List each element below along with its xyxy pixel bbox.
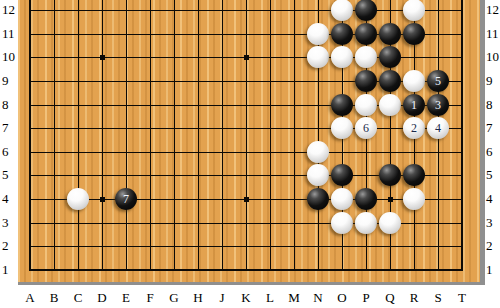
move-number: 3 [427,94,449,116]
grid-line-vertical [270,0,271,271]
column-label: K [236,290,256,306]
stone-white[interactable] [379,212,401,234]
row-label-left: 2 [2,238,9,254]
column-label: B [44,290,64,306]
stone-white[interactable] [403,188,425,210]
grid-line-vertical [102,0,103,271]
stone-white[interactable] [67,188,89,210]
column-label: T [452,290,472,306]
star-point [244,55,249,60]
stone-white[interactable] [331,212,353,234]
star-point [244,197,249,202]
row-label-right: 7 [486,120,493,136]
row-label-right: 4 [486,191,493,207]
column-label: L [260,290,280,306]
go-diagram: 121211111010998877665544332211ABCDEFGHJK… [0,0,500,308]
column-label: N [308,290,328,306]
column-label: A [20,290,40,306]
stone-black[interactable] [379,70,401,92]
grid-line-horizontal [29,246,463,247]
stone-white[interactable]: 2 [403,117,425,139]
row-label-left: 11 [2,26,15,42]
stone-black[interactable] [355,0,377,21]
row-label-right: 8 [486,97,493,113]
column-label: R [404,290,424,306]
column-label: C [68,290,88,306]
stone-white[interactable] [307,141,329,163]
grid-line-vertical [174,0,175,271]
column-label: F [140,290,160,306]
grid-line-vertical [246,0,247,271]
move-number: 2 [403,117,425,139]
row-label-left: 9 [2,73,9,89]
grid-line-horizontal [29,10,463,11]
move-number: 7 [115,188,137,210]
column-label: G [164,290,184,306]
grid-line-vertical [126,0,127,271]
stone-black[interactable]: 1 [403,94,425,116]
stone-white[interactable] [331,117,353,139]
stone-black[interactable]: 5 [427,70,449,92]
stone-white[interactable]: 4 [427,117,449,139]
grid-line-vertical [54,0,55,271]
column-label: D [92,290,112,306]
column-label: M [284,290,304,306]
row-label-left: 3 [2,215,9,231]
stone-white[interactable] [403,0,425,21]
grid-line-vertical [294,0,295,271]
stone-white[interactable] [355,212,377,234]
move-number: 4 [427,117,449,139]
grid-line-horizontal [29,128,463,129]
row-label-right: 2 [486,238,493,254]
column-label: P [356,290,376,306]
stone-white[interactable] [355,94,377,116]
star-point [100,197,105,202]
stone-black[interactable] [331,94,353,116]
grid-line-vertical [198,0,199,271]
stone-black[interactable] [307,188,329,210]
row-label-left: 8 [2,97,9,113]
column-label: Q [380,290,400,306]
stone-black[interactable] [355,23,377,45]
grid-line-vertical [150,0,151,271]
row-label-left: 12 [2,2,15,18]
row-label-right: 6 [486,144,493,160]
stone-white[interactable] [403,70,425,92]
row-label-left: 4 [2,191,9,207]
stone-black[interactable]: 3 [427,94,449,116]
grid-line-vertical [222,0,223,271]
stone-black[interactable]: 7 [115,188,137,210]
column-label: H [188,290,208,306]
row-label-right: 12 [486,2,499,18]
row-label-left: 7 [2,120,9,136]
grid-line-horizontal [29,152,463,153]
stone-white[interactable]: 6 [355,117,377,139]
row-label-left: 1 [2,262,9,278]
move-number: 1 [403,94,425,116]
row-label-left: 10 [2,49,15,65]
grid-line-vertical [78,0,79,271]
grid-line-horizontal [29,269,463,271]
stone-black[interactable] [355,188,377,210]
grid-line-vertical [461,0,463,271]
row-label-left: 6 [2,144,9,160]
star-point [100,55,105,60]
row-label-right: 3 [486,215,493,231]
board-shadow-right [480,0,485,285]
move-number: 6 [355,117,377,139]
row-label-left: 5 [2,167,9,183]
stone-black[interactable] [355,70,377,92]
stone-black[interactable] [403,23,425,45]
column-label: J [212,290,232,306]
stone-white[interactable] [331,0,353,21]
column-label: E [116,290,136,306]
board-shadow-bottom [18,282,485,285]
stone-white[interactable] [379,94,401,116]
stone-black[interactable] [379,23,401,45]
stone-black[interactable] [331,23,353,45]
column-label: O [332,290,352,306]
column-label: S [428,290,448,306]
row-label-right: 9 [486,73,493,89]
star-point [388,197,393,202]
row-label-right: 5 [486,167,493,183]
row-label-right: 11 [486,26,499,42]
grid-line-vertical [29,0,31,271]
stone-white[interactable] [331,188,353,210]
row-label-right: 1 [486,262,493,278]
stone-white[interactable] [307,23,329,45]
row-label-right: 10 [486,49,499,65]
move-number: 5 [427,70,449,92]
